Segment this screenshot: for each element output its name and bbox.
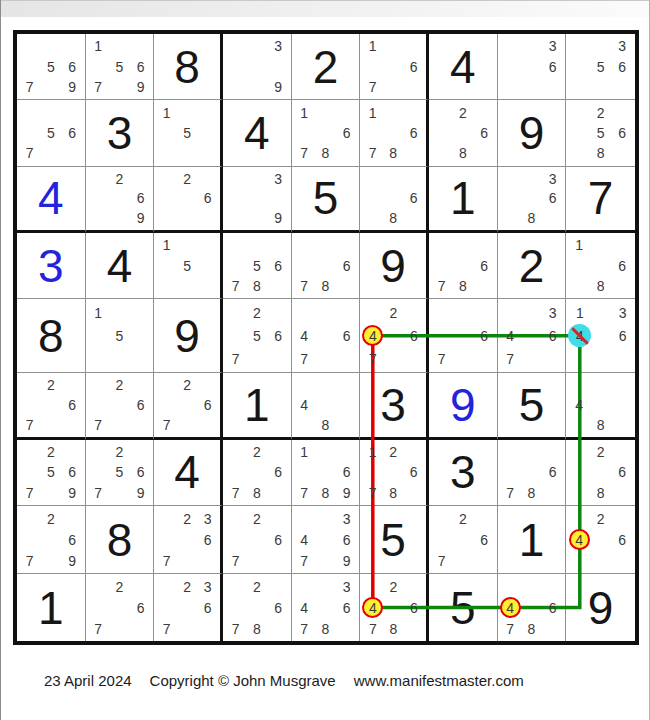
- cell-r7c1[interactable]: 25679: [17, 440, 86, 506]
- candidate-7: 7: [225, 483, 246, 503]
- candidate-5: 5: [109, 462, 130, 482]
- cell-r6c1[interactable]: 267: [17, 373, 86, 439]
- cell-r3c4[interactable]: 39: [223, 167, 292, 233]
- candidate-6: 6: [404, 597, 424, 618]
- candidate-3: 3: [542, 36, 563, 56]
- sudoku-grid: 5679156798392167436356567315416781678268…: [13, 30, 639, 645]
- candidate-7: 7: [362, 143, 383, 163]
- cell-r2c7[interactable]: 268: [429, 100, 498, 166]
- candidate-4: 4: [294, 395, 315, 415]
- cell-r6c8[interactable]: 5: [498, 373, 567, 439]
- candidate-6: 6: [611, 56, 633, 76]
- candidate-5: 5: [246, 255, 267, 275]
- candidate-5: 5: [590, 123, 612, 143]
- cell-r8c2[interactable]: 8: [86, 506, 155, 574]
- candidate-2: 2: [109, 375, 130, 395]
- candidate-5: 5: [177, 123, 198, 143]
- candidate-7: 7: [88, 77, 109, 97]
- candidate-3: 3: [612, 301, 633, 324]
- candidate-6: 6: [130, 56, 151, 76]
- candidate-6: 6: [612, 324, 633, 347]
- cell-r2c9[interactable]: 2568: [566, 100, 635, 166]
- cell-r1c9[interactable]: 356: [566, 34, 635, 100]
- cell-r7c9[interactable]: 268: [566, 440, 635, 506]
- candidate-2: 2: [177, 576, 198, 597]
- candidate-8: 8: [590, 276, 612, 296]
- cell-r6c5[interactable]: 48: [292, 373, 361, 439]
- candidate-9: 9: [130, 483, 151, 503]
- candidate-1: 1: [362, 442, 383, 462]
- candidate-7: 7: [156, 415, 177, 435]
- candidate-7: 7: [500, 483, 521, 503]
- candidate-6: 6: [267, 529, 288, 550]
- cell-r2c4[interactable]: 4: [223, 100, 292, 166]
- candidate-6: 6: [61, 462, 82, 482]
- cell-r4c4[interactable]: 5678: [223, 233, 292, 299]
- candidate-6: 6: [61, 123, 82, 143]
- cell-r9c9[interactable]: 9: [566, 574, 635, 641]
- candidate-6: 6: [473, 529, 494, 550]
- cell-r8c6[interactable]: 5: [360, 506, 429, 574]
- candidate-2: 2: [246, 442, 267, 462]
- candidate-6: 6: [130, 395, 151, 415]
- footer: 23 April 2024 Copyright © John Musgrave …: [44, 672, 524, 689]
- candidate-6: 6: [611, 529, 633, 550]
- cell-r3c5[interactable]: 5: [292, 167, 361, 233]
- candidate-8: 8: [246, 618, 267, 639]
- candidate-7: 7: [431, 550, 452, 571]
- candidate-6: 6: [130, 597, 151, 618]
- candidate-6: 6: [542, 188, 563, 208]
- candidate-6: 6: [267, 255, 288, 275]
- candidate-3: 3: [267, 169, 288, 189]
- cell-r8c7[interactable]: 267: [429, 506, 498, 574]
- candidate-7: 7: [294, 276, 315, 296]
- cell-r4c7[interactable]: 678: [429, 233, 498, 299]
- candidate-2: 2: [246, 576, 267, 597]
- candidate-1: 1: [88, 301, 109, 324]
- cell-r2c8[interactable]: 9: [498, 100, 567, 166]
- candidate-7: 7: [225, 618, 246, 639]
- candidate-8: 8: [383, 208, 404, 228]
- cell-r2c3[interactable]: 15: [154, 100, 223, 166]
- candidate-2: 2: [40, 508, 61, 529]
- candidate-8: 8: [521, 483, 542, 503]
- candidate-4: 4: [294, 529, 315, 550]
- cell-r4c9[interactable]: 168: [566, 233, 635, 299]
- candidate-7: 7: [362, 618, 383, 639]
- candidate-8: 8: [246, 483, 267, 503]
- candidate-6: 6: [473, 123, 494, 143]
- cell-r4c6[interactable]: 9: [360, 233, 429, 299]
- cell-r1c7[interactable]: 4: [429, 34, 498, 100]
- cell-r5c8[interactable]: 3467: [498, 299, 567, 373]
- cell-r4c1[interactable]: 3: [17, 233, 86, 299]
- candidate-5: 5: [40, 56, 61, 76]
- cell-r9c5[interactable]: 34678: [292, 574, 361, 641]
- candidate-8: 8: [590, 415, 612, 435]
- candidate-7: 7: [362, 347, 383, 370]
- cell-r5c9[interactable]: 1346: [566, 299, 635, 373]
- cell-r9c8[interactable]: 4678: [498, 574, 567, 641]
- candidate-6: 6: [336, 123, 357, 143]
- candidate-6: 6: [542, 462, 563, 482]
- candidate-8: 8: [452, 276, 473, 296]
- title-bar: [1, 0, 649, 17]
- cell-r8c5[interactable]: 34679: [292, 506, 361, 574]
- cell-r5c3[interactable]: 9: [154, 299, 223, 373]
- candidate-7: 7: [431, 347, 452, 370]
- candidate-8: 8: [452, 143, 473, 163]
- cell-r7c7[interactable]: 3: [429, 440, 498, 506]
- candidate-6: 6: [197, 529, 218, 550]
- candidate-6: 6: [197, 188, 218, 208]
- cell-r9c7[interactable]: 5: [429, 574, 498, 641]
- candidate-9: 9: [336, 483, 357, 503]
- candidate-5: 5: [40, 123, 61, 143]
- cell-r3c8[interactable]: 368: [498, 167, 567, 233]
- cell-r1c3[interactable]: 8: [154, 34, 223, 100]
- candidate-7: 7: [225, 347, 246, 370]
- candidate-7: 7: [88, 618, 109, 639]
- cell-r9c1[interactable]: 1: [17, 574, 86, 641]
- candidate-7: 7: [19, 143, 40, 163]
- candidate-6: 6: [267, 597, 288, 618]
- cell-r3c6[interactable]: 68: [360, 167, 429, 233]
- cell-r6c7[interactable]: 9: [429, 373, 498, 439]
- candidate-7: 7: [225, 276, 246, 296]
- cell-r7c3[interactable]: 4: [154, 440, 223, 506]
- app-window: 5679156798392167436356567315416781678268…: [0, 0, 650, 720]
- candidate-6: 6: [611, 123, 633, 143]
- candidate-7: 7: [500, 347, 521, 370]
- candidate-8: 8: [315, 483, 336, 503]
- cell-r9c3[interactable]: 2367: [154, 574, 223, 641]
- candidate-6: 6: [267, 462, 288, 482]
- footer-date: 23 April 2024: [44, 672, 132, 689]
- cell-r3c1[interactable]: 4: [17, 167, 86, 233]
- cell-r1c6[interactable]: 167: [360, 34, 429, 100]
- candidate-5: 5: [177, 255, 198, 275]
- candidate-2: 2: [109, 169, 130, 189]
- candidate-7: 7: [362, 483, 383, 503]
- candidate-7: 7: [88, 415, 109, 435]
- candidate-4: 4: [294, 597, 315, 618]
- candidate-2: 2: [177, 375, 198, 395]
- cell-r6c3[interactable]: 267: [154, 373, 223, 439]
- cell-r5c4[interactable]: 2567: [223, 299, 292, 373]
- candidate-6: 6: [130, 188, 151, 208]
- candidate-5: 5: [109, 324, 130, 347]
- cell-r3c2[interactable]: 269: [86, 167, 155, 233]
- candidate-8: 8: [521, 208, 542, 228]
- candidate-8: 8: [315, 276, 336, 296]
- cell-r9c4[interactable]: 2678: [223, 574, 292, 641]
- candidate-7: 7: [19, 415, 40, 435]
- cell-r6c2[interactable]: 267: [86, 373, 155, 439]
- candidate-6: 6: [403, 123, 424, 143]
- candidate-3: 3: [336, 576, 357, 597]
- candidate-8: 8: [383, 143, 404, 163]
- cell-r5c2[interactable]: 15: [86, 299, 155, 373]
- cell-r9c6[interactable]: 24678: [360, 574, 429, 641]
- candidate-6: 6: [130, 462, 151, 482]
- candidate-3: 3: [542, 169, 563, 189]
- cell-r7c6[interactable]: 12678: [360, 440, 429, 506]
- cell-r4c2[interactable]: 4: [86, 233, 155, 299]
- cell-r6c9[interactable]: 48: [566, 373, 635, 439]
- candidate-8: 8: [590, 483, 612, 503]
- candidate-6: 6: [197, 395, 218, 415]
- candidate-1: 1: [294, 442, 315, 462]
- candidate-1: 1: [88, 36, 109, 56]
- candidate-6: 6: [473, 324, 494, 347]
- candidate-3: 3: [336, 508, 357, 529]
- candidate-4: 4: [568, 395, 590, 415]
- candidate-2: 2: [383, 442, 404, 462]
- candidate-6: 6: [542, 56, 563, 76]
- cell-r2c5[interactable]: 1678: [292, 100, 361, 166]
- chain-node-candidate-4: 4: [500, 597, 521, 618]
- candidate-2: 2: [452, 508, 473, 529]
- candidate-9: 9: [130, 208, 151, 228]
- candidate-9: 9: [267, 208, 288, 228]
- candidate-8: 8: [246, 276, 267, 296]
- candidate-1: 1: [294, 102, 315, 122]
- candidate-3: 3: [267, 36, 288, 56]
- candidate-7: 7: [156, 550, 177, 571]
- candidate-6: 6: [61, 395, 82, 415]
- candidate-7: 7: [19, 550, 40, 571]
- candidate-5: 5: [246, 324, 267, 347]
- cell-r8c4[interactable]: 267: [223, 506, 292, 574]
- candidate-9: 9: [336, 550, 357, 571]
- eliminated-candidate-4: 4: [568, 324, 591, 347]
- candidate-7: 7: [431, 276, 452, 296]
- candidate-3: 3: [611, 36, 633, 56]
- candidate-7: 7: [362, 77, 383, 97]
- chain-node-candidate-4: 4: [362, 597, 383, 618]
- candidate-8: 8: [315, 415, 336, 435]
- candidate-7: 7: [88, 483, 109, 503]
- candidate-3: 3: [197, 576, 218, 597]
- candidate-1: 1: [156, 235, 177, 255]
- cell-r4c8[interactable]: 2: [498, 233, 567, 299]
- footer-website: www.manifestmaster.com: [354, 672, 524, 689]
- cell-r6c4[interactable]: 1: [223, 373, 292, 439]
- candidate-9: 9: [61, 77, 82, 97]
- candidate-8: 8: [383, 483, 404, 503]
- candidate-5: 5: [590, 56, 612, 76]
- candidate-7: 7: [225, 550, 246, 571]
- cell-r8c3[interactable]: 2367: [154, 506, 223, 574]
- candidate-2: 2: [109, 576, 130, 597]
- candidate-7: 7: [19, 77, 40, 97]
- cell-r3c3[interactable]: 26: [154, 167, 223, 233]
- candidate-5: 5: [40, 462, 61, 482]
- candidate-9: 9: [61, 550, 82, 571]
- cell-r1c2[interactable]: 15679: [86, 34, 155, 100]
- candidate-1: 1: [568, 301, 591, 324]
- candidate-7: 7: [156, 618, 177, 639]
- candidate-2: 2: [452, 102, 473, 122]
- candidate-6: 6: [403, 56, 424, 76]
- candidate-1: 1: [156, 102, 177, 122]
- cell-r2c6[interactable]: 1678: [360, 100, 429, 166]
- cell-r8c9[interactable]: 246: [566, 506, 635, 574]
- board-area: 5679156798392167436356567315416781678268…: [13, 30, 639, 645]
- candidate-7: 7: [500, 618, 521, 639]
- candidate-7: 7: [294, 143, 315, 163]
- cell-r2c2[interactable]: 3: [86, 100, 155, 166]
- candidate-1: 1: [362, 36, 383, 56]
- candidate-8: 8: [315, 618, 336, 639]
- candidate-9: 9: [267, 77, 288, 97]
- candidate-7: 7: [294, 550, 315, 571]
- candidate-6: 6: [267, 324, 288, 347]
- candidate-6: 6: [542, 597, 563, 618]
- candidate-6: 6: [473, 255, 494, 275]
- candidate-2: 2: [383, 301, 403, 324]
- cell-r2c1[interactable]: 567: [17, 100, 86, 166]
- candidate-2: 2: [590, 102, 612, 122]
- cell-r6c6[interactable]: 3: [360, 373, 429, 439]
- candidate-7: 7: [294, 483, 315, 503]
- cell-r8c8[interactable]: 1: [498, 506, 567, 574]
- cell-r5c1[interactable]: 8: [17, 299, 86, 373]
- candidate-2: 2: [177, 169, 198, 189]
- candidate-9: 9: [130, 77, 151, 97]
- chain-node-candidate-4: 4: [569, 529, 590, 550]
- candidate-6: 6: [336, 255, 357, 275]
- candidate-6: 6: [61, 56, 82, 76]
- candidate-7: 7: [294, 618, 315, 639]
- chain-node-candidate-4: 4: [362, 325, 383, 346]
- candidate-2: 2: [109, 442, 130, 462]
- candidate-2: 2: [383, 576, 403, 597]
- candidate-5: 5: [109, 56, 130, 76]
- candidate-6: 6: [336, 324, 357, 347]
- candidate-9: 9: [61, 483, 82, 503]
- candidate-7: 7: [294, 347, 315, 370]
- cell-r7c2[interactable]: 25679: [86, 440, 155, 506]
- candidate-6: 6: [336, 597, 357, 618]
- cell-r3c9[interactable]: 7: [566, 167, 635, 233]
- candidate-6: 6: [403, 188, 424, 208]
- candidate-8: 8: [521, 618, 542, 639]
- cell-r7c4[interactable]: 2678: [223, 440, 292, 506]
- candidate-8: 8: [590, 143, 612, 163]
- candidate-6: 6: [611, 462, 633, 482]
- candidate-2: 2: [590, 442, 612, 462]
- candidate-1: 1: [568, 235, 590, 255]
- candidate-2: 2: [590, 508, 612, 529]
- candidate-6: 6: [611, 255, 633, 275]
- candidate-7: 7: [19, 483, 40, 503]
- candidate-6: 6: [542, 324, 563, 347]
- candidate-8: 8: [383, 618, 403, 639]
- candidate-6: 6: [336, 462, 357, 482]
- candidate-6: 6: [197, 597, 218, 618]
- candidate-4: 4: [500, 324, 521, 347]
- candidate-6: 6: [404, 324, 424, 347]
- candidate-8: 8: [315, 143, 336, 163]
- cell-r1c4[interactable]: 39: [223, 34, 292, 100]
- candidate-6: 6: [403, 462, 424, 482]
- candidate-4: 4: [294, 324, 315, 347]
- cell-r7c8[interactable]: 678: [498, 440, 567, 506]
- cell-r7c5[interactable]: 16789: [292, 440, 361, 506]
- candidate-2: 2: [177, 508, 198, 529]
- candidate-2: 2: [246, 301, 267, 324]
- cell-r1c8[interactable]: 36: [498, 34, 567, 100]
- candidate-2: 2: [246, 508, 267, 529]
- cell-r5c6[interactable]: 2467: [360, 299, 429, 373]
- candidate-6: 6: [61, 529, 82, 550]
- candidate-2: 2: [40, 375, 61, 395]
- footer-copyright: Copyright © John Musgrave: [150, 672, 336, 689]
- cell-r4c3[interactable]: 15: [154, 233, 223, 299]
- candidate-3: 3: [197, 508, 218, 529]
- cell-r3c7[interactable]: 1: [429, 167, 498, 233]
- cell-r9c2[interactable]: 267: [86, 574, 155, 641]
- cell-r8c1[interactable]: 2679: [17, 506, 86, 574]
- cell-r1c1[interactable]: 5679: [17, 34, 86, 100]
- cell-r5c7[interactable]: 67: [429, 299, 498, 373]
- cell-r4c5[interactable]: 678: [292, 233, 361, 299]
- candidate-6: 6: [336, 529, 357, 550]
- candidate-2: 2: [40, 442, 61, 462]
- cell-r5c5[interactable]: 467: [292, 299, 361, 373]
- candidate-1: 1: [362, 102, 383, 122]
- cell-r1c5[interactable]: 2: [292, 34, 361, 100]
- candidate-3: 3: [542, 301, 563, 324]
